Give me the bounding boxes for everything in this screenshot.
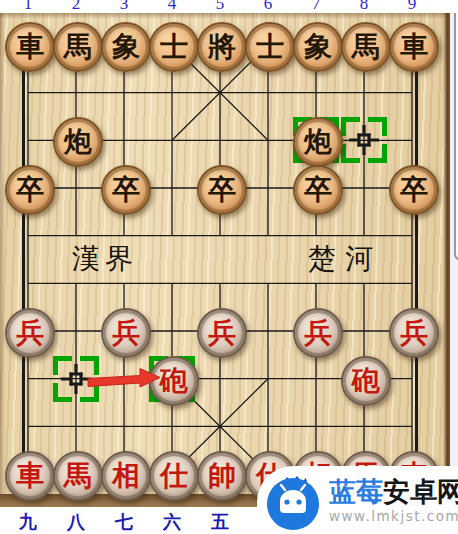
- watermark-url: www.lmkjst.com: [329, 508, 455, 524]
- watermark-brand: 蓝莓安卓网: [329, 478, 455, 506]
- watermark-badge: 蓝莓安卓网 www.lmkjst.com: [257, 466, 458, 534]
- move-arrow-icon: [0, 0, 458, 534]
- android-logo-icon: [265, 475, 321, 531]
- app-root: 漢界 楚河 蓝莓安卓网 www.lmkjst.com 123456789九八七六…: [0, 0, 458, 534]
